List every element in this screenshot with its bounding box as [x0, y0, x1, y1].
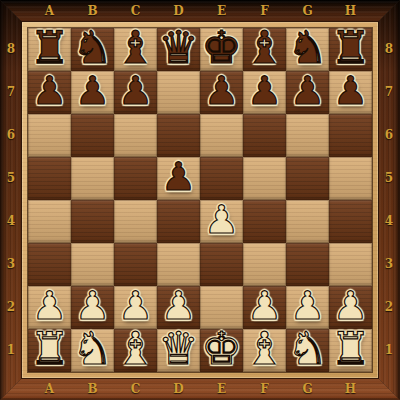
rank-label-1: 1 — [0, 329, 22, 372]
file-label-h: H — [329, 378, 372, 400]
piece-white-knight[interactable]: ♞ — [287, 327, 327, 370]
square-c5[interactable] — [114, 157, 157, 200]
square-b7[interactable]: ♟ — [71, 71, 114, 114]
rank-label-6: 6 — [0, 114, 22, 157]
piece-white-bishop[interactable]: ♝ — [244, 327, 284, 370]
square-f1[interactable]: ♝ — [243, 329, 286, 372]
piece-white-pawn[interactable]: ♟ — [333, 284, 368, 327]
square-g8[interactable]: ♞ — [286, 28, 329, 71]
rank-label-1: 1 — [378, 329, 400, 372]
square-c3[interactable] — [114, 243, 157, 286]
piece-black-knight[interactable]: ♞ — [287, 26, 327, 69]
square-e6[interactable] — [200, 114, 243, 157]
piece-white-pawn[interactable]: ♟ — [32, 284, 67, 327]
square-f3[interactable] — [243, 243, 286, 286]
piece-black-queen[interactable]: ♛ — [158, 26, 198, 69]
square-e3[interactable] — [200, 243, 243, 286]
square-h4[interactable] — [329, 200, 372, 243]
square-f4[interactable] — [243, 200, 286, 243]
square-g6[interactable] — [286, 114, 329, 157]
square-e7[interactable]: ♟ — [200, 71, 243, 114]
square-g1[interactable]: ♞ — [286, 329, 329, 372]
square-g7[interactable]: ♟ — [286, 71, 329, 114]
chess-app: ABCDEFGH ABCDEFGH 87654321 87654321 ♜♞♝♛… — [0, 0, 400, 400]
square-h6[interactable] — [329, 114, 372, 157]
rank-label-7: 7 — [0, 71, 22, 114]
piece-black-pawn[interactable]: ♟ — [247, 69, 282, 112]
rank-labels-left: 87654321 — [0, 28, 22, 372]
square-a7[interactable]: ♟ — [28, 71, 71, 114]
file-label-a: A — [28, 0, 71, 22]
piece-black-pawn[interactable]: ♟ — [75, 69, 110, 112]
piece-white-king[interactable]: ♚ — [201, 327, 241, 370]
square-b6[interactable] — [71, 114, 114, 157]
square-d8[interactable]: ♛ — [157, 28, 200, 71]
piece-white-knight[interactable]: ♞ — [72, 327, 112, 370]
file-label-d: D — [157, 378, 200, 400]
file-label-d: D — [157, 0, 200, 22]
square-f8[interactable]: ♝ — [243, 28, 286, 71]
square-e4[interactable]: ♟ — [200, 200, 243, 243]
piece-black-bishop[interactable]: ♝ — [244, 26, 284, 69]
square-c6[interactable] — [114, 114, 157, 157]
square-a3[interactable] — [28, 243, 71, 286]
rank-label-3: 3 — [0, 243, 22, 286]
file-label-b: B — [71, 378, 114, 400]
square-g4[interactable] — [286, 200, 329, 243]
piece-white-bishop[interactable]: ♝ — [115, 327, 155, 370]
square-b1[interactable]: ♞ — [71, 329, 114, 372]
square-f7[interactable]: ♟ — [243, 71, 286, 114]
square-b3[interactable] — [71, 243, 114, 286]
file-label-g: G — [286, 0, 329, 22]
rank-labels-right: 87654321 — [378, 28, 400, 372]
square-d1[interactable]: ♛ — [157, 329, 200, 372]
piece-black-bishop[interactable]: ♝ — [115, 26, 155, 69]
piece-black-pawn[interactable]: ♟ — [118, 69, 153, 112]
square-h5[interactable] — [329, 157, 372, 200]
square-d3[interactable] — [157, 243, 200, 286]
piece-black-king[interactable]: ♚ — [201, 26, 241, 69]
piece-white-queen[interactable]: ♛ — [158, 327, 198, 370]
piece-black-rook[interactable]: ♜ — [29, 26, 69, 69]
file-labels-bottom: ABCDEFGH — [28, 378, 372, 400]
file-label-e: E — [200, 0, 243, 22]
square-f5[interactable] — [243, 157, 286, 200]
piece-black-rook[interactable]: ♜ — [330, 26, 370, 69]
square-a8[interactable]: ♜ — [28, 28, 71, 71]
chess-board: ♜♞♝♛♚♝♞♜♟♟♟♟♟♟♟♟♟♟♟♟♟♟♟♟♜♞♝♛♚♝♞♜ — [28, 28, 372, 372]
file-label-f: F — [243, 378, 286, 400]
rank-label-5: 5 — [378, 157, 400, 200]
rank-label-6: 6 — [378, 114, 400, 157]
file-label-a: A — [28, 378, 71, 400]
rank-label-3: 3 — [378, 243, 400, 286]
file-label-c: C — [114, 0, 157, 22]
square-h8[interactable]: ♜ — [329, 28, 372, 71]
square-g3[interactable] — [286, 243, 329, 286]
rank-label-8: 8 — [378, 28, 400, 71]
piece-white-pawn[interactable]: ♟ — [290, 284, 325, 327]
square-g5[interactable] — [286, 157, 329, 200]
file-label-b: B — [71, 0, 114, 22]
square-h1[interactable]: ♜ — [329, 329, 372, 372]
square-a6[interactable] — [28, 114, 71, 157]
file-label-g: G — [286, 378, 329, 400]
file-labels-top: ABCDEFGH — [28, 0, 372, 22]
square-a5[interactable] — [28, 157, 71, 200]
square-d5[interactable]: ♟ — [157, 157, 200, 200]
square-b5[interactable] — [71, 157, 114, 200]
square-d7[interactable] — [157, 71, 200, 114]
file-label-c: C — [114, 378, 157, 400]
square-f6[interactable] — [243, 114, 286, 157]
rank-label-4: 4 — [0, 200, 22, 243]
rank-label-2: 2 — [0, 286, 22, 329]
square-h7[interactable]: ♟ — [329, 71, 372, 114]
file-label-f: F — [243, 0, 286, 22]
rank-label-7: 7 — [378, 71, 400, 114]
piece-white-pawn[interactable]: ♟ — [247, 284, 282, 327]
piece-white-pawn[interactable]: ♟ — [204, 198, 239, 241]
piece-black-pawn[interactable]: ♟ — [204, 69, 239, 112]
square-b4[interactable] — [71, 200, 114, 243]
square-c7[interactable]: ♟ — [114, 71, 157, 114]
rank-label-5: 5 — [0, 157, 22, 200]
rank-label-4: 4 — [378, 200, 400, 243]
square-d6[interactable] — [157, 114, 200, 157]
piece-black-knight[interactable]: ♞ — [72, 26, 112, 69]
square-a1[interactable]: ♜ — [28, 329, 71, 372]
piece-white-rook[interactable]: ♜ — [29, 327, 69, 370]
piece-black-pawn[interactable]: ♟ — [333, 69, 368, 112]
piece-white-pawn[interactable]: ♟ — [161, 284, 196, 327]
piece-black-pawn[interactable]: ♟ — [290, 69, 325, 112]
rank-label-2: 2 — [378, 286, 400, 329]
square-c8[interactable]: ♝ — [114, 28, 157, 71]
piece-white-pawn[interactable]: ♟ — [75, 284, 110, 327]
piece-black-pawn[interactable]: ♟ — [161, 155, 196, 198]
piece-black-pawn[interactable]: ♟ — [32, 69, 67, 112]
square-a4[interactable] — [28, 200, 71, 243]
square-c1[interactable]: ♝ — [114, 329, 157, 372]
square-c4[interactable] — [114, 200, 157, 243]
square-b8[interactable]: ♞ — [71, 28, 114, 71]
square-h3[interactable] — [329, 243, 372, 286]
square-e8[interactable]: ♚ — [200, 28, 243, 71]
square-d4[interactable] — [157, 200, 200, 243]
file-label-e: E — [200, 378, 243, 400]
rank-label-8: 8 — [0, 28, 22, 71]
square-e1[interactable]: ♚ — [200, 329, 243, 372]
file-label-h: H — [329, 0, 372, 22]
square-e5[interactable] — [200, 157, 243, 200]
piece-white-rook[interactable]: ♜ — [330, 327, 370, 370]
piece-white-pawn[interactable]: ♟ — [118, 284, 153, 327]
